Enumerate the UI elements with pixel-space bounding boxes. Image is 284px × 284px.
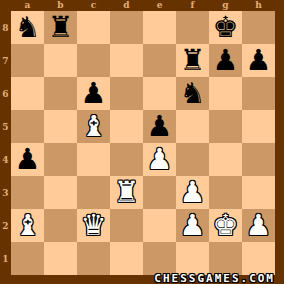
- square-c4[interactable]: [77, 143, 110, 176]
- file-label-h: h: [242, 0, 275, 11]
- square-h4[interactable]: [242, 143, 275, 176]
- square-a5[interactable]: [11, 110, 44, 143]
- square-a2[interactable]: ♝: [11, 209, 44, 242]
- square-b5[interactable]: [44, 110, 77, 143]
- black-pawn-piece: ♟: [209, 44, 242, 77]
- white-pawn-piece: ♟: [176, 176, 209, 209]
- square-g7[interactable]: ♟: [209, 44, 242, 77]
- black-knight-piece: ♞: [176, 77, 209, 110]
- white-pawn-piece: ♟: [143, 143, 176, 176]
- rank-label-4: 4: [0, 143, 11, 176]
- square-d1[interactable]: [110, 242, 143, 275]
- rank-label-3: 3: [0, 176, 11, 209]
- square-a1[interactable]: [11, 242, 44, 275]
- square-d2[interactable]: [110, 209, 143, 242]
- square-h6[interactable]: [242, 77, 275, 110]
- square-b1[interactable]: [44, 242, 77, 275]
- chessgames-board-diagram: abcdefgh 87654321 ♞♜♚♜♟♟♟♞♝♟♟♟♜♟♝♛♟♚♟ CH…: [0, 0, 284, 284]
- square-f7[interactable]: ♜: [176, 44, 209, 77]
- white-pawn-piece: ♟: [176, 209, 209, 242]
- chess-board: ♞♜♚♜♟♟♟♞♝♟♟♟♜♟♝♛♟♚♟: [11, 11, 275, 275]
- square-e4[interactable]: ♟: [143, 143, 176, 176]
- black-king-piece: ♚: [209, 11, 242, 44]
- rank-label-2: 2: [0, 209, 11, 242]
- white-king-piece: ♚: [209, 209, 242, 242]
- rank-label-1: 1: [0, 242, 11, 275]
- square-a6[interactable]: [11, 77, 44, 110]
- rank-labels: 87654321: [0, 11, 11, 275]
- square-c2[interactable]: ♛: [77, 209, 110, 242]
- square-f1[interactable]: [176, 242, 209, 275]
- square-e1[interactable]: [143, 242, 176, 275]
- square-f3[interactable]: ♟: [176, 176, 209, 209]
- square-b2[interactable]: [44, 209, 77, 242]
- square-f5[interactable]: [176, 110, 209, 143]
- square-g8[interactable]: ♚: [209, 11, 242, 44]
- square-f6[interactable]: ♞: [176, 77, 209, 110]
- square-g5[interactable]: [209, 110, 242, 143]
- square-e5[interactable]: ♟: [143, 110, 176, 143]
- white-queen-piece: ♛: [77, 209, 110, 242]
- black-rook-piece: ♜: [44, 11, 77, 44]
- square-c6[interactable]: ♟: [77, 77, 110, 110]
- white-bishop-piece: ♝: [11, 209, 44, 242]
- rank-label-6: 6: [0, 77, 11, 110]
- file-label-e: e: [143, 0, 176, 11]
- square-b3[interactable]: [44, 176, 77, 209]
- square-g2[interactable]: ♚: [209, 209, 242, 242]
- square-e2[interactable]: [143, 209, 176, 242]
- square-d6[interactable]: [110, 77, 143, 110]
- square-e3[interactable]: [143, 176, 176, 209]
- square-b8[interactable]: ♜: [44, 11, 77, 44]
- square-h1[interactable]: [242, 242, 275, 275]
- square-b7[interactable]: [44, 44, 77, 77]
- square-g1[interactable]: [209, 242, 242, 275]
- square-d8[interactable]: [110, 11, 143, 44]
- white-rook-piece: ♜: [110, 176, 143, 209]
- rank-label-5: 5: [0, 110, 11, 143]
- square-e7[interactable]: [143, 44, 176, 77]
- white-pawn-piece: ♟: [242, 209, 275, 242]
- square-c1[interactable]: [77, 242, 110, 275]
- square-g6[interactable]: [209, 77, 242, 110]
- square-c7[interactable]: [77, 44, 110, 77]
- square-h2[interactable]: ♟: [242, 209, 275, 242]
- rank-label-8: 8: [0, 11, 11, 44]
- square-e8[interactable]: [143, 11, 176, 44]
- black-knight-piece: ♞: [11, 11, 44, 44]
- square-h7[interactable]: ♟: [242, 44, 275, 77]
- square-a7[interactable]: [11, 44, 44, 77]
- square-c8[interactable]: [77, 11, 110, 44]
- square-c3[interactable]: [77, 176, 110, 209]
- square-a8[interactable]: ♞: [11, 11, 44, 44]
- square-d7[interactable]: [110, 44, 143, 77]
- square-g3[interactable]: [209, 176, 242, 209]
- file-label-f: f: [176, 0, 209, 11]
- square-h8[interactable]: [242, 11, 275, 44]
- black-rook-piece: ♜: [176, 44, 209, 77]
- square-b4[interactable]: [44, 143, 77, 176]
- black-pawn-piece: ♟: [77, 77, 110, 110]
- rank-label-7: 7: [0, 44, 11, 77]
- white-bishop-piece: ♝: [77, 110, 110, 143]
- square-e6[interactable]: [143, 77, 176, 110]
- square-h5[interactable]: [242, 110, 275, 143]
- file-label-c: c: [77, 0, 110, 11]
- black-pawn-piece: ♟: [11, 143, 44, 176]
- square-d3[interactable]: ♜: [110, 176, 143, 209]
- square-c5[interactable]: ♝: [77, 110, 110, 143]
- square-h3[interactable]: [242, 176, 275, 209]
- black-pawn-piece: ♟: [242, 44, 275, 77]
- site-watermark: CHESSGAMES.COM: [154, 273, 275, 284]
- square-f8[interactable]: [176, 11, 209, 44]
- square-a4[interactable]: ♟: [11, 143, 44, 176]
- square-d5[interactable]: [110, 110, 143, 143]
- black-pawn-piece: ♟: [143, 110, 176, 143]
- square-f2[interactable]: ♟: [176, 209, 209, 242]
- square-f4[interactable]: [176, 143, 209, 176]
- square-g4[interactable]: [209, 143, 242, 176]
- square-d4[interactable]: [110, 143, 143, 176]
- file-label-d: d: [110, 0, 143, 11]
- square-b6[interactable]: [44, 77, 77, 110]
- square-a3[interactable]: [11, 176, 44, 209]
